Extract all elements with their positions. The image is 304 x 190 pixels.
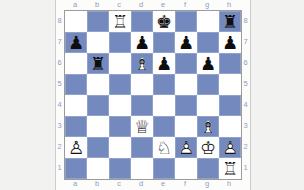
rank-labels-left: 87654321 <box>55 10 64 178</box>
square-b7[interactable] <box>87 32 109 53</box>
square-d5[interactable] <box>131 74 153 95</box>
piece-fill: ♚ <box>197 137 219 158</box>
page-left-margin <box>0 0 56 190</box>
square-g2[interactable]: ♚♔ <box>197 137 219 158</box>
piece-white-rook: ♖ <box>109 11 131 32</box>
piece-fill: ♟ <box>175 137 197 158</box>
square-d6[interactable]: ♝♗ <box>131 53 153 74</box>
square-h8[interactable]: ♜ <box>219 11 241 32</box>
square-c1[interactable] <box>109 158 131 179</box>
file-label-f: f <box>174 179 196 190</box>
file-label-a: a <box>64 179 86 190</box>
piece-black-pawn: ♟ <box>219 32 241 53</box>
rank-label-3: 3 <box>55 115 64 136</box>
square-f7[interactable]: ♟ <box>175 32 197 53</box>
square-e8[interactable]: ♚ <box>153 11 175 32</box>
square-f4[interactable] <box>175 95 197 116</box>
rank-label-5: 5 <box>241 73 250 94</box>
square-g3[interactable]: ♝♗ <box>197 116 219 137</box>
piece-white-king: ♔ <box>197 137 219 158</box>
file-label-c: c <box>108 179 130 190</box>
piece-fill: ♛ <box>131 116 153 137</box>
square-f5[interactable] <box>175 74 197 95</box>
piece-white-bishop: ♗ <box>197 116 219 137</box>
square-h4[interactable] <box>219 95 241 116</box>
rank-label-8: 8 <box>55 10 64 31</box>
square-c5[interactable] <box>109 74 131 95</box>
piece-black-pawn: ♟ <box>175 32 197 53</box>
page-right-margin <box>250 0 304 190</box>
file-label-g: g <box>196 179 218 190</box>
square-b4[interactable] <box>87 95 109 116</box>
rank-label-1: 1 <box>241 157 250 178</box>
piece-white-pawn: ♙ <box>219 137 241 158</box>
square-g8[interactable] <box>197 11 219 32</box>
file-label-c: c <box>108 0 130 10</box>
square-b2[interactable] <box>87 137 109 158</box>
file-label-b: b <box>86 179 108 190</box>
square-b6[interactable]: ♜ <box>87 53 109 74</box>
square-d2[interactable] <box>131 137 153 158</box>
square-a5[interactable] <box>65 74 87 95</box>
square-b3[interactable] <box>87 116 109 137</box>
square-a4[interactable] <box>65 95 87 116</box>
square-h2[interactable]: ♟♙ <box>219 137 241 158</box>
rank-labels-right: 87654321 <box>241 10 250 178</box>
square-e1[interactable] <box>153 158 175 179</box>
square-a2[interactable]: ♟♙ <box>65 137 87 158</box>
square-g6[interactable]: ♟ <box>197 53 219 74</box>
square-d3[interactable]: ♛♕ <box>131 116 153 137</box>
file-label-d: d <box>130 0 152 10</box>
file-label-h: h <box>218 0 240 10</box>
square-d1[interactable] <box>131 158 153 179</box>
file-label-d: d <box>130 179 152 190</box>
square-h1[interactable]: ♜♖ <box>219 158 241 179</box>
piece-black-pawn: ♟ <box>197 53 219 74</box>
rank-label-6: 6 <box>241 52 250 73</box>
square-c8[interactable]: ♜♖ <box>109 11 131 32</box>
square-a6[interactable] <box>65 53 87 74</box>
square-f2[interactable]: ♟♙ <box>175 137 197 158</box>
piece-black-pawn: ♟ <box>131 32 153 53</box>
square-c2[interactable] <box>109 137 131 158</box>
piece-fill: ♟ <box>65 137 87 158</box>
file-label-g: g <box>196 0 218 10</box>
piece-black-king: ♚ <box>153 11 175 32</box>
piece-fill: ♜ <box>219 158 241 179</box>
piece-white-pawn: ♙ <box>65 137 87 158</box>
square-a8[interactable] <box>65 11 87 32</box>
file-label-h: h <box>218 179 240 190</box>
square-h6[interactable] <box>219 53 241 74</box>
square-d4[interactable] <box>131 95 153 116</box>
square-g5[interactable] <box>197 74 219 95</box>
square-g4[interactable] <box>197 95 219 116</box>
square-a7[interactable]: ♟ <box>65 32 87 53</box>
piece-white-bishop: ♗ <box>131 53 153 74</box>
square-d8[interactable] <box>131 11 153 32</box>
rank-label-7: 7 <box>241 31 250 52</box>
square-e5[interactable] <box>153 74 175 95</box>
rank-label-6: 6 <box>55 52 64 73</box>
square-a1[interactable] <box>65 158 87 179</box>
square-e3[interactable] <box>153 116 175 137</box>
square-c6[interactable] <box>109 53 131 74</box>
piece-white-pawn: ♙ <box>175 137 197 158</box>
rank-label-3: 3 <box>241 115 250 136</box>
square-c4[interactable] <box>109 95 131 116</box>
piece-black-rook: ♜ <box>219 11 241 32</box>
piece-black-pawn: ♟ <box>153 53 175 74</box>
rank-label-8: 8 <box>241 10 250 31</box>
square-c7[interactable] <box>109 32 131 53</box>
piece-white-queen: ♕ <box>131 116 153 137</box>
file-labels-top: abcdefgh <box>64 0 240 10</box>
file-label-a: a <box>64 0 86 10</box>
file-label-f: f <box>174 0 196 10</box>
square-e6[interactable]: ♟ <box>153 53 175 74</box>
file-label-b: b <box>86 0 108 10</box>
square-h5[interactable] <box>219 74 241 95</box>
square-f8[interactable] <box>175 11 197 32</box>
file-labels-bottom: abcdefgh <box>64 179 240 190</box>
square-b1[interactable] <box>87 158 109 179</box>
rank-label-2: 2 <box>241 136 250 157</box>
square-f3[interactable] <box>175 116 197 137</box>
rank-label-1: 1 <box>55 157 64 178</box>
piece-fill: ♟ <box>219 137 241 158</box>
piece-fill: ♝ <box>131 53 153 74</box>
rank-label-7: 7 <box>55 31 64 52</box>
square-e4[interactable] <box>153 95 175 116</box>
piece-white-rook: ♖ <box>219 158 241 179</box>
rank-label-4: 4 <box>241 94 250 115</box>
square-d7[interactable]: ♟ <box>131 32 153 53</box>
file-label-e: e <box>152 0 174 10</box>
square-a3[interactable] <box>65 116 87 137</box>
piece-fill: ♞ <box>153 137 175 158</box>
rank-label-5: 5 <box>55 73 64 94</box>
square-f6[interactable] <box>175 53 197 74</box>
square-e7[interactable] <box>153 32 175 53</box>
chess-board: ♜♖♚♜♟♟♟♟♜♝♗♟♟♛♕♝♗♟♙♞♘♟♙♚♔♟♙♜♖ <box>64 10 242 180</box>
file-label-e: e <box>152 179 174 190</box>
piece-black-pawn: ♟ <box>65 32 87 53</box>
square-b8[interactable] <box>87 11 109 32</box>
square-b5[interactable] <box>87 74 109 95</box>
square-h3[interactable] <box>219 116 241 137</box>
square-c3[interactable] <box>109 116 131 137</box>
piece-fill: ♜ <box>109 11 131 32</box>
square-h7[interactable]: ♟ <box>219 32 241 53</box>
rank-label-2: 2 <box>55 136 64 157</box>
square-g1[interactable] <box>197 158 219 179</box>
square-e2[interactable]: ♞♘ <box>153 137 175 158</box>
piece-fill: ♝ <box>197 116 219 137</box>
piece-white-knight: ♘ <box>153 137 175 158</box>
piece-black-rook: ♜ <box>87 53 109 74</box>
rank-label-4: 4 <box>55 94 64 115</box>
square-g7[interactable] <box>197 32 219 53</box>
square-f1[interactable] <box>175 158 197 179</box>
